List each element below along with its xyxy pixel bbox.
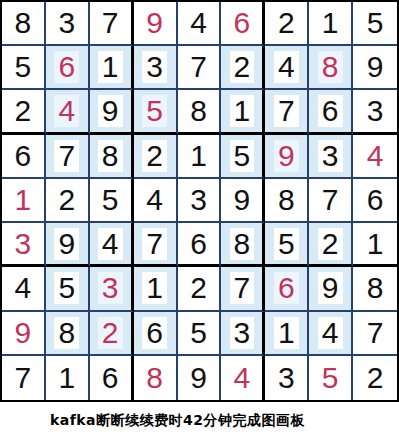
solved-digit: 1 (54, 362, 79, 394)
given-digit: 4 (230, 362, 255, 394)
solved-digit: 2 (186, 272, 211, 304)
solved-digit: 1 (274, 317, 299, 349)
given-digit: 9 (274, 140, 299, 172)
page: 8379462155613724892495817636782159341254… (0, 0, 399, 439)
sudoku-cell: 2 (2, 90, 46, 134)
sudoku-cell: 9 (178, 356, 222, 400)
solved-digit: 9 (363, 51, 388, 83)
solved-digit: 7 (274, 95, 299, 127)
sudoku-cell: 6 (353, 179, 397, 223)
sudoku-cell: 6 (134, 312, 178, 356)
solved-digit: 8 (186, 95, 211, 127)
sudoku-cell: 5 (2, 46, 46, 90)
sudoku-cell: 1 (90, 46, 134, 90)
solved-digit: 9 (230, 184, 255, 216)
solved-digit: 2 (318, 228, 343, 260)
solved-digit: 7 (142, 228, 167, 260)
sudoku-cell: 9 (2, 312, 46, 356)
sudoku-cell: 3 (309, 135, 353, 179)
given-digit: 3 (11, 228, 36, 260)
sudoku-cell: 8 (353, 267, 397, 311)
solved-digit: 6 (318, 95, 343, 127)
given-digit: 6 (230, 7, 255, 39)
given-digit: 4 (54, 95, 79, 127)
sudoku-cell: 6 (90, 356, 134, 400)
solved-digit: 7 (318, 184, 343, 216)
sudoku-cell: 2 (178, 267, 222, 311)
sudoku-cell: 3 (134, 46, 178, 90)
solved-digit: 6 (98, 362, 123, 394)
solved-digit: 2 (230, 51, 255, 83)
solved-digit: 7 (11, 362, 36, 394)
solved-digit: 1 (230, 95, 255, 127)
solved-digit: 4 (11, 272, 36, 304)
given-digit: 5 (318, 362, 343, 394)
solved-digit: 3 (54, 7, 79, 39)
given-digit: 4 (363, 140, 388, 172)
solved-digit: 5 (11, 51, 36, 83)
caption: kafka断断续续费时42分钟完成图画板 (0, 402, 399, 430)
solved-digit: 3 (274, 362, 299, 394)
sudoku-cell: 9 (90, 90, 134, 134)
sudoku-cell: 3 (353, 90, 397, 134)
sudoku-cell: 3 (221, 312, 265, 356)
solved-digit: 9 (318, 272, 343, 304)
sudoku-cell: 8 (134, 356, 178, 400)
solved-digit: 1 (318, 7, 343, 39)
sudoku-cell: 8 (178, 90, 222, 134)
sudoku-cell: 8 (309, 46, 353, 90)
sudoku-cell: 7 (46, 135, 90, 179)
sudoku-cell: 6 (2, 135, 46, 179)
sudoku-cell: 1 (309, 2, 353, 46)
solved-digit: 2 (11, 95, 36, 127)
sudoku-cell: 7 (134, 223, 178, 267)
sudoku-cell: 1 (265, 312, 309, 356)
sudoku-cell: 8 (90, 135, 134, 179)
sudoku-cell: 7 (90, 2, 134, 46)
solved-digit: 1 (98, 51, 123, 83)
solved-digit: 9 (54, 228, 79, 260)
sudoku-cell: 4 (178, 2, 222, 46)
given-digit: 9 (11, 317, 36, 349)
sudoku-board: 8379462155613724892495817636782159341254… (0, 0, 399, 402)
sudoku-cell: 3 (46, 2, 90, 46)
sudoku-cell: 7 (178, 46, 222, 90)
sudoku-cell: 9 (309, 267, 353, 311)
sudoku-cell: 6 (46, 46, 90, 90)
sudoku-cell: 2 (46, 179, 90, 223)
sudoku-cell: 4 (309, 312, 353, 356)
solved-digit: 7 (54, 140, 79, 172)
solved-digit: 8 (98, 140, 123, 172)
solved-digit: 6 (186, 228, 211, 260)
solved-digit: 6 (11, 140, 36, 172)
solved-digit: 5 (363, 7, 388, 39)
given-digit: 8 (318, 51, 343, 83)
given-digit: 1 (11, 184, 36, 216)
given-digit: 5 (142, 95, 167, 127)
given-digit: 6 (274, 272, 299, 304)
sudoku-cell: 8 (265, 179, 309, 223)
sudoku-cell: 1 (353, 223, 397, 267)
sudoku-cell: 9 (134, 2, 178, 46)
sudoku-cell: 7 (309, 179, 353, 223)
sudoku-cell: 5 (46, 267, 90, 311)
solved-digit: 3 (363, 95, 388, 127)
solved-digit: 2 (274, 7, 299, 39)
sudoku-cell: 5 (221, 135, 265, 179)
solved-digit: 4 (274, 51, 299, 83)
sudoku-cell: 2 (134, 135, 178, 179)
sudoku-cell: 2 (309, 223, 353, 267)
sudoku-cell: 7 (221, 267, 265, 311)
sudoku-cell: 6 (309, 90, 353, 134)
sudoku-cell: 6 (265, 267, 309, 311)
sudoku-cell: 1 (2, 179, 46, 223)
sudoku-cell: 2 (90, 312, 134, 356)
solved-digit: 5 (54, 272, 79, 304)
solved-digit: 8 (274, 184, 299, 216)
sudoku-cell: 9 (221, 179, 265, 223)
solved-digit: 8 (11, 7, 36, 39)
solved-digit: 8 (230, 228, 255, 260)
solved-digit: 5 (186, 317, 211, 349)
solved-digit: 3 (186, 184, 211, 216)
solved-digit: 6 (363, 184, 388, 216)
given-digit: 9 (142, 7, 167, 39)
solved-digit: 7 (363, 317, 388, 349)
solved-digit: 7 (186, 51, 211, 83)
solved-digit: 5 (230, 140, 255, 172)
sudoku-cell: 6 (178, 223, 222, 267)
sudoku-cell: 5 (178, 312, 222, 356)
sudoku-cell: 5 (353, 2, 397, 46)
solved-digit: 7 (98, 7, 123, 39)
sudoku-cell: 2 (265, 2, 309, 46)
sudoku-cell: 4 (134, 179, 178, 223)
sudoku-cell: 8 (2, 2, 46, 46)
given-digit: 3 (98, 272, 123, 304)
sudoku-cell: 4 (46, 90, 90, 134)
sudoku-cell: 9 (46, 223, 90, 267)
solved-digit: 3 (142, 51, 167, 83)
solved-digit: 3 (230, 317, 255, 349)
sudoku-cell: 7 (265, 90, 309, 134)
solved-digit: 2 (54, 184, 79, 216)
sudoku-cell: 2 (221, 46, 265, 90)
solved-digit: 1 (363, 228, 388, 260)
solved-digit: 4 (186, 7, 211, 39)
sudoku-cell: 1 (46, 356, 90, 400)
given-digit: 6 (54, 51, 79, 83)
sudoku-cell: 3 (2, 223, 46, 267)
sudoku-cell: 5 (90, 179, 134, 223)
sudoku-cell: 5 (309, 356, 353, 400)
sudoku-cell: 3 (90, 267, 134, 311)
sudoku-cell: 9 (265, 135, 309, 179)
sudoku-cell: 4 (265, 46, 309, 90)
sudoku-cell: 3 (178, 179, 222, 223)
sudoku-cell: 5 (265, 223, 309, 267)
sudoku-cell: 9 (353, 46, 397, 90)
sudoku-cell: 1 (178, 135, 222, 179)
solved-digit: 2 (142, 140, 167, 172)
solved-digit: 8 (54, 317, 79, 349)
solved-digit: 4 (318, 317, 343, 349)
solved-digit: 4 (142, 184, 167, 216)
sudoku-cell: 4 (353, 135, 397, 179)
solved-digit: 8 (363, 272, 388, 304)
given-digit: 2 (98, 317, 123, 349)
sudoku-cell: 7 (2, 356, 46, 400)
sudoku-cell: 4 (90, 223, 134, 267)
sudoku-cell: 4 (2, 267, 46, 311)
solved-digit: 2 (363, 362, 388, 394)
solved-digit: 1 (186, 140, 211, 172)
solved-digit: 6 (142, 317, 167, 349)
sudoku-cell: 8 (46, 312, 90, 356)
solved-digit: 5 (98, 184, 123, 216)
solved-digit: 9 (186, 362, 211, 394)
solved-digit: 4 (98, 228, 123, 260)
solved-digit: 3 (318, 140, 343, 172)
sudoku-cell: 1 (221, 90, 265, 134)
sudoku-cell: 2 (353, 356, 397, 400)
sudoku-cell: 4 (221, 356, 265, 400)
solved-digit: 9 (98, 95, 123, 127)
given-digit: 8 (142, 362, 167, 394)
solved-digit: 5 (274, 228, 299, 260)
sudoku-cell: 6 (221, 2, 265, 46)
solved-digit: 1 (142, 272, 167, 304)
sudoku-cell: 7 (353, 312, 397, 356)
sudoku-cell: 3 (265, 356, 309, 400)
solved-digit: 7 (230, 272, 255, 304)
sudoku-cell: 5 (134, 90, 178, 134)
sudoku-cell: 1 (134, 267, 178, 311)
sudoku-cell: 8 (221, 223, 265, 267)
